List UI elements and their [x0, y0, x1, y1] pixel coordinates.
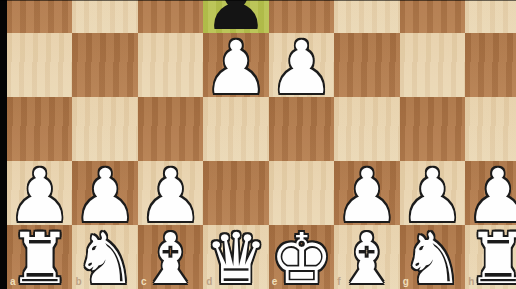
- chess-app-frame: ♟♟♟43♟♟♟♟♟2♟a♜b♞c♝d♛e♚f♝g♞h1♜: [0, 0, 516, 289]
- square-a5[interactable]: [7, 0, 72, 33]
- square-d3[interactable]: [203, 97, 268, 161]
- white-bishop[interactable]: ♝: [336, 224, 399, 289]
- letterbox-bar: [0, 0, 7, 289]
- square-a2[interactable]: ♟: [7, 161, 72, 225]
- square-h4[interactable]: 4: [465, 33, 516, 97]
- white-rook[interactable]: ♜: [8, 224, 71, 289]
- square-c2[interactable]: ♟: [138, 161, 203, 225]
- square-b3[interactable]: [72, 97, 137, 161]
- square-f2[interactable]: ♟: [334, 161, 399, 225]
- white-pawn[interactable]: ♟: [269, 31, 334, 104]
- square-h5[interactable]: [465, 0, 516, 33]
- square-g2[interactable]: ♟: [400, 161, 465, 225]
- square-a3[interactable]: [7, 97, 72, 161]
- white-knight[interactable]: ♞: [401, 224, 464, 289]
- square-h2[interactable]: 2♟: [465, 161, 516, 225]
- square-g4[interactable]: [400, 33, 465, 97]
- square-f3[interactable]: [334, 97, 399, 161]
- white-rook[interactable]: ♜: [467, 224, 516, 289]
- square-e1[interactable]: e♚: [269, 225, 334, 289]
- square-d2[interactable]: [203, 161, 268, 225]
- square-b5[interactable]: [72, 0, 137, 33]
- square-e4[interactable]: ♟: [269, 33, 334, 97]
- white-queen[interactable]: ♛: [205, 224, 268, 289]
- white-knight[interactable]: ♞: [74, 224, 137, 289]
- square-f1[interactable]: f♝: [334, 225, 399, 289]
- square-c5[interactable]: [138, 0, 203, 33]
- square-b1[interactable]: b♞: [72, 225, 137, 289]
- square-f4[interactable]: [334, 33, 399, 97]
- white-pawn[interactable]: ♟: [203, 31, 268, 104]
- square-d1[interactable]: d♛: [203, 225, 268, 289]
- white-bishop[interactable]: ♝: [139, 224, 202, 289]
- square-f5[interactable]: [334, 0, 399, 33]
- square-d4[interactable]: ♟: [203, 33, 268, 97]
- square-a1[interactable]: a♜: [7, 225, 72, 289]
- square-g3[interactable]: [400, 97, 465, 161]
- chess-board: ♟♟♟43♟♟♟♟♟2♟a♜b♞c♝d♛e♚f♝g♞h1♜: [7, 0, 516, 289]
- square-g1[interactable]: g♞: [400, 225, 465, 289]
- square-h1[interactable]: h1♜: [465, 225, 516, 289]
- square-c4[interactable]: [138, 33, 203, 97]
- square-e2[interactable]: [269, 161, 334, 225]
- white-king[interactable]: ♚: [270, 224, 333, 289]
- square-a4[interactable]: [7, 33, 72, 97]
- square-b4[interactable]: [72, 33, 137, 97]
- square-b2[interactable]: ♟: [72, 161, 137, 225]
- square-e3[interactable]: [269, 97, 334, 161]
- square-g5[interactable]: [400, 0, 465, 33]
- square-h3[interactable]: 3: [465, 97, 516, 161]
- square-c3[interactable]: [138, 97, 203, 161]
- square-c1[interactable]: c♝: [138, 225, 203, 289]
